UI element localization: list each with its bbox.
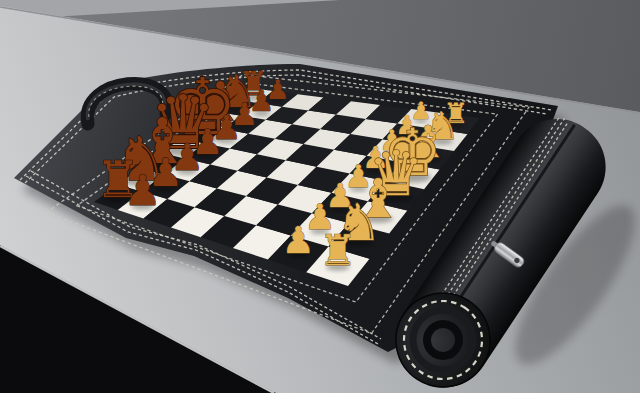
piece-white-rook-h1: ♜ [319,226,357,275]
piece-black-pawn-h7: ♟ [124,166,162,215]
chess-set-photo: ♜♟♞♟♟♝♜♟♚♟♟♞♛♟♟♝♝♟♟♚♞♟♟♛♜♟♟♝♟♞♟♜ [0,0,640,393]
scene: ♜♟♞♟♟♝♜♟♚♟♟♞♛♟♟♝♝♟♟♚♞♟♟♛♜♟♟♝♟♞♟♜ [0,0,640,393]
piece-white-pawn-h2: ♟ [282,219,315,262]
